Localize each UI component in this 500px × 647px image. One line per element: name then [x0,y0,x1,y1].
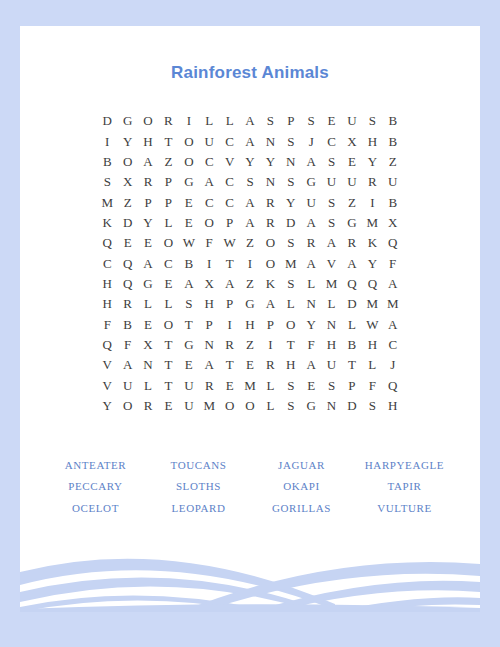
grid-cell-r9c14: Q [362,274,382,294]
grid-cell-r15c10: S [281,396,301,416]
grid-cell-r6c12: S [321,213,341,233]
grid-cell-r7c9: O [260,233,280,253]
grid-cell-r10c5: S [179,294,199,314]
grid-cell-r10c3: L [138,294,158,314]
grid-cell-r8c6: I [199,253,219,273]
grid-cell-r9c11: L [301,274,321,294]
grid-cell-r12c7: R [219,335,239,355]
grid-cell-r8c12: V [321,253,341,273]
grid-cell-r12c12: H [321,335,341,355]
grid-cell-r8c3: A [138,253,158,273]
grid-cell-r12c10: T [281,335,301,355]
grid-cell-r6c10: D [281,213,301,233]
grid-cell-r6c7: P [219,213,239,233]
grid-cell-r14c8: M [240,375,260,395]
grid-cell-r9c4: E [158,274,178,294]
grid-cell-r7c8: Z [240,233,260,253]
grid-cell-r6c8: A [240,213,260,233]
word-list-item-ocelot: OCELOT [44,497,147,519]
grid-cell-r2c13: X [342,131,362,151]
grid-cell-r15c15: H [383,396,403,416]
grid-cell-r14c2: U [117,375,137,395]
grid-cell-r15c14: S [362,396,382,416]
grid-cell-r4c5: G [179,172,199,192]
grid-cell-r9c15: A [383,274,403,294]
grid-cell-r2c6: U [199,131,219,151]
grid-cell-r8c13: A [342,253,362,273]
grid-cell-r5c6: C [199,192,219,212]
grid-cell-r4c8: S [240,172,260,192]
grid-cell-r10c11: N [301,294,321,314]
grid-cell-r6c2: D [117,213,137,233]
grid-cell-r3c5: O [179,152,199,172]
grid-cell-r12c14: H [362,335,382,355]
grid-cell-r9c1: H [97,274,117,294]
grid-cell-r3c3: A [138,152,158,172]
grid-cell-r3c11: A [301,152,321,172]
grid-cell-r15c5: U [179,396,199,416]
grid-cell-r7c13: R [342,233,362,253]
grid-cell-r14c3: L [138,375,158,395]
grid-cell-r9c7: A [219,274,239,294]
grid-cell-r7c3: E [138,233,158,253]
grid-cell-r3c14: Y [362,152,382,172]
grid-cell-r13c14: L [362,355,382,375]
grid-cell-r15c11: G [301,396,321,416]
grid-cell-r2c10: S [281,131,301,151]
grid-cell-r2c12: C [321,131,341,151]
grid-cell-r13c8: E [240,355,260,375]
grid-cell-r15c8: O [240,396,260,416]
grid-cell-r2c5: O [179,131,199,151]
grid-cell-r5c14: I [362,192,382,212]
grid-cell-r5c13: Z [342,192,362,212]
grid-cell-r7c15: Q [383,233,403,253]
grid-cell-r13c7: T [219,355,239,375]
grid-cell-r5c1: M [97,192,117,212]
grid-cell-r2c14: H [362,131,382,151]
grid-cell-r11c8: H [240,314,260,334]
grid-cell-r14c7: E [219,375,239,395]
grid-cell-r8c1: C [97,253,117,273]
grid-cell-r13c13: T [342,355,362,375]
grid-cell-r12c15: C [383,335,403,355]
grid-cell-r12c6: N [199,335,219,355]
grid-cell-r11c14: W [362,314,382,334]
wave-decoration [20,552,480,612]
grid-cell-r3c2: O [117,152,137,172]
word-list-item-peccary: PECCARY [44,476,147,498]
grid-cell-r15c12: N [321,396,341,416]
grid-cell-r3c6: C [199,152,219,172]
grid-cell-r1c11: S [301,111,321,131]
grid-cell-r12c13: B [342,335,362,355]
grid-cell-r4c15: U [383,172,403,192]
grid-cell-r1c8: A [240,111,260,131]
grid-cell-r4c2: X [117,172,137,192]
grid-cell-r6c6: O [199,213,219,233]
grid-cell-r13c10: H [281,355,301,375]
grid-cell-r7c7: W [219,233,239,253]
grid-cell-r15c7: O [219,396,239,416]
grid-cell-r10c8: G [240,294,260,314]
grid-cell-r10c6: H [199,294,219,314]
grid-cell-r5c8: A [240,192,260,212]
grid-cell-r7c14: K [362,233,382,253]
grid-cell-r2c11: J [301,131,321,151]
grid-cell-r7c10: S [281,233,301,253]
grid-cell-r5c10: Y [281,192,301,212]
grid-cell-r9c2: Q [117,274,137,294]
grid-cell-r6c9: R [260,213,280,233]
grid-cell-r10c2: R [117,294,137,314]
grid-cell-r5c11: U [301,192,321,212]
grid-cell-r6c13: G [342,213,362,233]
grid-cell-r14c6: R [199,375,219,395]
word-list-item-sloths: SLOTHS [147,476,250,498]
grid-cell-r5c2: Z [117,192,137,212]
grid-cell-r7c1: Q [97,233,117,253]
grid-cell-r12c5: G [179,335,199,355]
grid-cell-r2c2: Y [117,131,137,151]
grid-cell-r12c3: X [138,335,158,355]
grid-cell-r11c1: F [97,314,117,334]
grid-cell-r13c4: T [158,355,178,375]
grid-cell-r5c9: R [260,192,280,212]
grid-cell-r11c9: P [260,314,280,334]
grid-cell-r8c9: O [260,253,280,273]
grid-cell-r13c5: E [179,355,199,375]
grid-cell-r3c12: S [321,152,341,172]
grid-cell-r5c3: P [138,192,158,212]
word-list-item-okapi: OKAPI [250,476,353,498]
grid-cell-r3c15: Z [383,152,403,172]
grid-cell-r1c10: P [281,111,301,131]
grid-cell-r11c7: I [219,314,239,334]
grid-cell-r5c12: S [321,192,341,212]
grid-cell-r13c15: J [383,355,403,375]
word-list-item-tapir: TAPIR [353,476,456,498]
grid-cell-r5c15: B [383,192,403,212]
grid-cell-r8c7: T [219,253,239,273]
grid-cell-r1c15: B [383,111,403,131]
word-list-item-toucans: TOUCANS [147,454,250,476]
grid-cell-r13c9: R [260,355,280,375]
grid-cell-r1c3: O [138,111,158,131]
grid-cell-r11c15: A [383,314,403,334]
grid-cell-r11c4: O [158,314,178,334]
grid-cell-r14c11: E [301,375,321,395]
grid-cell-r4c6: A [199,172,219,192]
grid-cell-r7c4: O [158,233,178,253]
grid-cell-r9c6: X [199,274,219,294]
grid-cell-r4c1: S [97,172,117,192]
grid-cell-r3c10: N [281,152,301,172]
grid-cell-r11c2: B [117,314,137,334]
grid-cell-r8c10: M [281,253,301,273]
grid-cell-r11c5: T [179,314,199,334]
grid-cell-r6c14: M [362,213,382,233]
grid-cell-r13c1: V [97,355,117,375]
grid-cell-r7c2: E [117,233,137,253]
grid-cell-r15c1: Y [97,396,117,416]
grid-cell-r6c15: X [383,213,403,233]
grid-cell-r1c14: S [362,111,382,131]
grid-cell-r7c11: R [301,233,321,253]
grid-cell-r13c6: A [199,355,219,375]
grid-cell-r11c10: O [281,314,301,334]
grid-cell-r4c3: R [138,172,158,192]
worksheet-frame: Rainforest Animals DGORILLASPSEUSBIYHTOU… [0,0,500,647]
grid-cell-r10c14: M [362,294,382,314]
grid-cell-r4c12: U [321,172,341,192]
grid-cell-r4c11: G [301,172,321,192]
grid-cell-r11c6: P [199,314,219,334]
page-title: Rainforest Animals [20,62,480,84]
grid-cell-r10c1: H [97,294,117,314]
grid-cell-r15c3: R [138,396,158,416]
grid-cell-r9c9: K [260,274,280,294]
word-search-grid: DGORILLASPSEUSBIYHTOUCANSJCXHBBOAZOCVYYN… [20,111,480,416]
grid-cell-r4c9: N [260,172,280,192]
grid-cell-r14c15: Q [383,375,403,395]
grid-cell-r12c1: Q [97,335,117,355]
grid-cell-r11c13: L [342,314,362,334]
grid-cell-r5c4: P [158,192,178,212]
grid-cell-r10c9: A [260,294,280,314]
word-list-item-anteater: ANTEATER [44,454,147,476]
grid-cell-r14c13: P [342,375,362,395]
grid-cell-r6c11: A [301,213,321,233]
grid-cell-r5c5: E [179,192,199,212]
grid-cell-r9c12: M [321,274,341,294]
grid-cell-r13c3: N [138,355,158,375]
grid-cell-r1c4: R [158,111,178,131]
grid-cell-r10c12: L [321,294,341,314]
grid-cell-r3c9: Y [260,152,280,172]
grid-cell-r8c4: C [158,253,178,273]
word-list-item-gorillas: GORILLAS [250,497,353,519]
grid-cell-r12c8: Z [240,335,260,355]
grid-cell-r7c12: A [321,233,341,253]
grid-cell-r2c8: A [240,131,260,151]
grid-cell-r10c7: P [219,294,239,314]
grid-cell-r10c10: L [281,294,301,314]
grid-cell-r2c1: I [97,131,117,151]
grid-cell-r8c11: A [301,253,321,273]
grid-cell-r14c14: F [362,375,382,395]
grid-cell-r8c5: B [179,253,199,273]
grid-cell-r11c11: Y [301,314,321,334]
grid-cell-r1c9: S [260,111,280,131]
grid-cell-r10c4: L [158,294,178,314]
grid-cell-r12c11: F [301,335,321,355]
grid-cell-r15c9: L [260,396,280,416]
grid-cell-r8c14: Y [362,253,382,273]
grid-cell-r11c12: N [321,314,341,334]
word-list-item-vulture: VULTURE [353,497,456,519]
grid-cell-r2c7: C [219,131,239,151]
word-list-item-jaguar: JAGUAR [250,454,353,476]
grid-cell-r15c13: D [342,396,362,416]
grid-cell-r14c10: S [281,375,301,395]
grid-cell-r9c5: A [179,274,199,294]
grid-cell-r1c13: U [342,111,362,131]
grid-cell-r3c13: E [342,152,362,172]
grid-cell-r6c4: L [158,213,178,233]
grid-cell-r1c6: L [199,111,219,131]
grid-cell-r15c4: E [158,396,178,416]
grid-cell-r1c5: I [179,111,199,131]
grid-cell-r2c9: N [260,131,280,151]
grid-cell-r15c2: O [117,396,137,416]
grid-cell-r9c8: Z [240,274,260,294]
grid-cell-r12c4: T [158,335,178,355]
grid-cell-r6c5: E [179,213,199,233]
grid-cell-r3c1: B [97,152,117,172]
grid-cell-r3c7: V [219,152,239,172]
grid-cell-r10c13: D [342,294,362,314]
grid-cell-r3c8: Y [240,152,260,172]
grid-cell-r2c15: B [383,131,403,151]
grid-cell-r4c10: S [281,172,301,192]
grid-cell-r9c10: S [281,274,301,294]
word-list-item-harpyeagle: HARPYEAGLE [353,454,456,476]
grid-cell-r13c12: U [321,355,341,375]
word-list-item-leopard: LEOPARD [147,497,250,519]
puzzle-page: Rainforest Animals DGORILLASPSEUSBIYHTOU… [20,26,480,612]
grid-cell-r15c6: M [199,396,219,416]
grid-cell-r2c4: T [158,131,178,151]
grid-cell-r14c12: S [321,375,341,395]
grid-cell-r8c15: F [383,253,403,273]
grid-cell-r14c5: U [179,375,199,395]
grid-cell-r9c13: Q [342,274,362,294]
grid-cell-r6c1: K [97,213,117,233]
grid-cell-r5c7: C [219,192,239,212]
grid-cell-r1c7: L [219,111,239,131]
grid-cell-r12c2: F [117,335,137,355]
grid-cell-r12c9: I [260,335,280,355]
grid-cell-r4c4: P [158,172,178,192]
grid-cell-r7c6: F [199,233,219,253]
grid-cell-r4c7: C [219,172,239,192]
grid-cell-r6c3: Y [138,213,158,233]
grid-cell-r10c15: M [383,294,403,314]
grid-cell-r4c13: U [342,172,362,192]
grid-cell-r9c3: G [138,274,158,294]
grid-cell-r13c11: A [301,355,321,375]
grid-cell-r3c4: Z [158,152,178,172]
grid-cell-r1c2: G [117,111,137,131]
grid-cell-r8c8: I [240,253,260,273]
word-list: ANTEATERTOUCANSJAGUARHARPYEAGLEPECCARYSL… [20,454,480,519]
grid-cell-r8c2: Q [117,253,137,273]
grid-cell-r4c14: R [362,172,382,192]
grid-cell-r13c2: A [117,355,137,375]
grid-cell-r1c12: E [321,111,341,131]
grid-cell-r14c4: T [158,375,178,395]
grid-cell-r7c5: W [179,233,199,253]
grid-cell-r14c1: V [97,375,117,395]
grid-cell-r11c3: E [138,314,158,334]
grid-cell-r2c3: H [138,131,158,151]
grid-cell-r1c1: D [97,111,117,131]
grid-cell-r14c9: L [260,375,280,395]
